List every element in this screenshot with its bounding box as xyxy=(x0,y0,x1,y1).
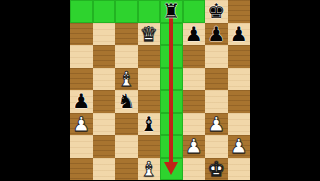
square-e5[interactable] xyxy=(160,68,183,91)
piece-black-king[interactable]: ♚ xyxy=(205,0,228,23)
square-c6[interactable] xyxy=(115,45,138,68)
square-g5[interactable] xyxy=(205,68,228,91)
piece-black-pawn[interactable]: ♟ xyxy=(70,90,93,113)
square-g6[interactable] xyxy=(205,45,228,68)
square-h2[interactable]: ♟ xyxy=(228,135,251,158)
square-g2[interactable] xyxy=(205,135,228,158)
square-a6[interactable] xyxy=(70,45,93,68)
piece-black-pawn[interactable]: ♟ xyxy=(205,23,228,46)
square-f6[interactable] xyxy=(183,45,206,68)
square-h4[interactable] xyxy=(228,90,251,113)
piece-white-pawn[interactable]: ♟ xyxy=(183,135,206,158)
square-a8[interactable] xyxy=(70,0,93,23)
square-h7[interactable]: ♟ xyxy=(228,23,251,46)
square-e6[interactable] xyxy=(160,45,183,68)
square-e7[interactable] xyxy=(160,23,183,46)
square-b5[interactable] xyxy=(93,68,116,91)
square-f3[interactable] xyxy=(183,113,206,136)
square-d3[interactable]: ♝ xyxy=(138,113,161,136)
square-d5[interactable] xyxy=(138,68,161,91)
square-g3[interactable]: ♟ xyxy=(205,113,228,136)
square-c1[interactable] xyxy=(115,158,138,181)
letterbox-left xyxy=(0,0,70,180)
square-d7[interactable]: ♛ xyxy=(138,23,161,46)
square-b7[interactable] xyxy=(93,23,116,46)
square-h8[interactable] xyxy=(228,0,251,23)
square-h1[interactable] xyxy=(228,158,251,181)
square-a4[interactable]: ♟ xyxy=(70,90,93,113)
square-g1[interactable]: ♚ xyxy=(205,158,228,181)
piece-white-king[interactable]: ♚ xyxy=(205,158,228,181)
square-c4[interactable]: ♞ xyxy=(115,90,138,113)
square-c7[interactable] xyxy=(115,23,138,46)
piece-black-bishop[interactable]: ♝ xyxy=(138,113,161,136)
square-g8[interactable]: ♚ xyxy=(205,0,228,23)
square-a3[interactable]: ♟ xyxy=(70,113,93,136)
square-b8[interactable] xyxy=(93,0,116,23)
chess-board: ♜♚♛♟♟♟♝♟♞♟♝♟♟♟♝♚ xyxy=(70,0,250,180)
square-b6[interactable] xyxy=(93,45,116,68)
square-a1[interactable] xyxy=(70,158,93,181)
square-h5[interactable] xyxy=(228,68,251,91)
piece-black-pawn[interactable]: ♟ xyxy=(183,23,206,46)
piece-white-pawn[interactable]: ♟ xyxy=(70,113,93,136)
square-g7[interactable]: ♟ xyxy=(205,23,228,46)
piece-white-queen[interactable]: ♛ xyxy=(138,23,161,46)
square-e4[interactable] xyxy=(160,90,183,113)
square-g4[interactable] xyxy=(205,90,228,113)
square-a7[interactable] xyxy=(70,23,93,46)
piece-black-pawn[interactable]: ♟ xyxy=(228,23,251,46)
square-f1[interactable] xyxy=(183,158,206,181)
app-stage: ♜♚♛♟♟♟♝♟♞♟♝♟♟♟♝♚ xyxy=(0,0,320,180)
square-c5[interactable]: ♝ xyxy=(115,68,138,91)
square-d4[interactable] xyxy=(138,90,161,113)
square-d8[interactable] xyxy=(138,0,161,23)
piece-white-pawn[interactable]: ♟ xyxy=(205,113,228,136)
square-e8[interactable]: ♜ xyxy=(160,0,183,23)
piece-white-bishop[interactable]: ♝ xyxy=(138,158,161,181)
square-b2[interactable] xyxy=(93,135,116,158)
piece-black-knight[interactable]: ♞ xyxy=(115,90,138,113)
piece-black-rook[interactable]: ♜ xyxy=(160,0,183,23)
square-f4[interactable] xyxy=(183,90,206,113)
square-d2[interactable] xyxy=(138,135,161,158)
board-area: ♜♚♛♟♟♟♝♟♞♟♝♟♟♟♝♚ xyxy=(70,0,250,180)
square-h3[interactable] xyxy=(228,113,251,136)
square-a5[interactable] xyxy=(70,68,93,91)
piece-white-pawn[interactable]: ♟ xyxy=(228,135,251,158)
square-d6[interactable] xyxy=(138,45,161,68)
square-b4[interactable] xyxy=(93,90,116,113)
square-e2[interactable] xyxy=(160,135,183,158)
square-c3[interactable] xyxy=(115,113,138,136)
square-b3[interactable] xyxy=(93,113,116,136)
square-f2[interactable]: ♟ xyxy=(183,135,206,158)
square-f8[interactable] xyxy=(183,0,206,23)
square-d1[interactable]: ♝ xyxy=(138,158,161,181)
square-a2[interactable] xyxy=(70,135,93,158)
square-f7[interactable]: ♟ xyxy=(183,23,206,46)
square-b1[interactable] xyxy=(93,158,116,181)
square-c8[interactable] xyxy=(115,0,138,23)
square-c2[interactable] xyxy=(115,135,138,158)
square-e1[interactable] xyxy=(160,158,183,181)
square-e3[interactable] xyxy=(160,113,183,136)
piece-white-bishop[interactable]: ♝ xyxy=(115,68,138,91)
square-h6[interactable] xyxy=(228,45,251,68)
letterbox-right xyxy=(250,0,320,180)
square-f5[interactable] xyxy=(183,68,206,91)
